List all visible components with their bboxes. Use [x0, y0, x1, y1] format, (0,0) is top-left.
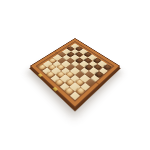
hinge-icon [53, 87, 58, 91]
board-scene [30, 38, 121, 108]
product-photo [0, 0, 150, 150]
checkers-board [30, 38, 121, 108]
board-grid [38, 43, 112, 100]
hinge-icon [38, 73, 43, 77]
